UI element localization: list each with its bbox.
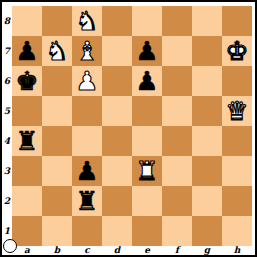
white-rook-e3[interactable]: ♜: [135, 156, 158, 186]
file-label-e: e: [132, 246, 162, 255]
square-a1[interactable]: [12, 216, 42, 246]
square-g7[interactable]: [192, 36, 222, 66]
rank-label-5: 5: [2, 96, 12, 126]
square-g2[interactable]: [192, 186, 222, 216]
square-c1[interactable]: [72, 216, 102, 246]
file-label-g: g: [192, 246, 222, 255]
square-d5[interactable]: [102, 96, 132, 126]
file-label-c: c: [72, 246, 102, 255]
square-e3[interactable]: ♜: [132, 156, 162, 186]
square-d8[interactable]: [102, 6, 132, 36]
rank-label-4: 4: [2, 126, 12, 156]
file-label-f: f: [162, 246, 192, 255]
square-d6[interactable]: [102, 66, 132, 96]
square-e4[interactable]: [132, 126, 162, 156]
square-c8[interactable]: ♞: [72, 6, 102, 36]
square-f2[interactable]: [162, 186, 192, 216]
square-f8[interactable]: [162, 6, 192, 36]
square-f3[interactable]: [162, 156, 192, 186]
square-h1[interactable]: [222, 216, 252, 246]
square-c3[interactable]: ♟: [72, 156, 102, 186]
rank-label-8: 8: [2, 6, 12, 36]
square-b8[interactable]: [42, 6, 72, 36]
square-d7[interactable]: [102, 36, 132, 66]
file-label-d: d: [102, 246, 132, 255]
square-b4[interactable]: [42, 126, 72, 156]
square-e2[interactable]: [132, 186, 162, 216]
black-pawn-a7[interactable]: ♟: [15, 36, 38, 66]
square-h3[interactable]: [222, 156, 252, 186]
rank-label-3: 3: [2, 156, 12, 186]
white-knight-c8[interactable]: ♞: [75, 6, 98, 36]
rank-label-2: 2: [2, 186, 12, 216]
white-king-h7[interactable]: ♚: [225, 36, 248, 66]
file-labels: abcdefgh: [12, 246, 252, 255]
square-h7[interactable]: ♚: [222, 36, 252, 66]
square-a5[interactable]: [12, 96, 42, 126]
square-e5[interactable]: [132, 96, 162, 126]
square-c4[interactable]: [72, 126, 102, 156]
square-a2[interactable]: [12, 186, 42, 216]
file-label-b: b: [42, 246, 72, 255]
square-a6[interactable]: ♚: [12, 66, 42, 96]
square-f6[interactable]: [162, 66, 192, 96]
square-a3[interactable]: [12, 156, 42, 186]
square-e1[interactable]: [132, 216, 162, 246]
square-c6[interactable]: ♟: [72, 66, 102, 96]
square-h8[interactable]: [222, 6, 252, 36]
white-queen-h5[interactable]: ♛: [225, 96, 248, 126]
white-pawn-c6[interactable]: ♟: [75, 66, 98, 96]
square-e8[interactable]: [132, 6, 162, 36]
side-to-move-indicator: [3, 239, 17, 253]
square-b1[interactable]: [42, 216, 72, 246]
square-g1[interactable]: [192, 216, 222, 246]
square-g3[interactable]: [192, 156, 222, 186]
white-bishop-c7[interactable]: ♝: [75, 36, 98, 66]
white-knight-b7[interactable]: ♞: [45, 36, 68, 66]
square-d3[interactable]: [102, 156, 132, 186]
square-f7[interactable]: [162, 36, 192, 66]
black-rook-a4[interactable]: ♜: [15, 126, 38, 156]
square-b3[interactable]: [42, 156, 72, 186]
rank-label-7: 7: [2, 36, 12, 66]
square-a7[interactable]: ♟: [12, 36, 42, 66]
square-e7[interactable]: ♟: [132, 36, 162, 66]
square-f4[interactable]: [162, 126, 192, 156]
square-g5[interactable]: [192, 96, 222, 126]
chess-board: ♞♟♞♝♟♚♚♟♟♛♜♟♜♜: [12, 6, 252, 246]
square-g6[interactable]: [192, 66, 222, 96]
square-h5[interactable]: ♛: [222, 96, 252, 126]
square-b6[interactable]: [42, 66, 72, 96]
chess-diagram: 87654321 ♞♟♞♝♟♚♚♟♟♛♜♟♜♜ abcdefgh: [0, 0, 257, 257]
square-h6[interactable]: [222, 66, 252, 96]
rank-label-6: 6: [2, 66, 12, 96]
square-f1[interactable]: [162, 216, 192, 246]
black-pawn-e6[interactable]: ♟: [135, 66, 158, 96]
square-b7[interactable]: ♞: [42, 36, 72, 66]
square-b2[interactable]: [42, 186, 72, 216]
square-c2[interactable]: ♜: [72, 186, 102, 216]
black-rook-c2[interactable]: ♜: [75, 186, 98, 216]
square-d4[interactable]: [102, 126, 132, 156]
square-c5[interactable]: [72, 96, 102, 126]
square-c7[interactable]: ♝: [72, 36, 102, 66]
square-d2[interactable]: [102, 186, 132, 216]
square-h4[interactable]: [222, 126, 252, 156]
file-label-h: h: [222, 246, 252, 255]
square-g8[interactable]: [192, 6, 222, 36]
square-a4[interactable]: ♜: [12, 126, 42, 156]
black-pawn-c3[interactable]: ♟: [75, 156, 98, 186]
square-d1[interactable]: [102, 216, 132, 246]
black-pawn-e7[interactable]: ♟: [135, 36, 158, 66]
square-b5[interactable]: [42, 96, 72, 126]
black-king-a6[interactable]: ♚: [15, 66, 38, 96]
square-a8[interactable]: [12, 6, 42, 36]
square-f5[interactable]: [162, 96, 192, 126]
square-g4[interactable]: [192, 126, 222, 156]
square-e6[interactable]: ♟: [132, 66, 162, 96]
rank-labels: 87654321: [2, 6, 12, 246]
square-h2[interactable]: [222, 186, 252, 216]
